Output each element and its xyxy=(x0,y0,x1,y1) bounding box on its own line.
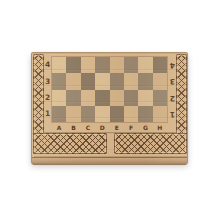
square-d1 xyxy=(95,106,109,122)
square-a2 xyxy=(52,90,66,106)
square-c3 xyxy=(81,73,95,89)
rank-label-4: 4 xyxy=(168,57,177,73)
rank-label-3: 3 xyxy=(43,73,52,89)
board-side-edge xyxy=(32,157,187,165)
square-a3 xyxy=(52,73,66,89)
square-e3 xyxy=(110,73,124,89)
square-a1 xyxy=(52,106,66,122)
square-f3 xyxy=(124,73,138,89)
square-a4 xyxy=(52,57,66,73)
rank-label-2: 2 xyxy=(168,90,177,106)
rank-label-1: 1 xyxy=(43,106,52,122)
knotwork-panel-bottom-left xyxy=(33,133,107,154)
product-photo: 4321 4321 ABCDEFGH xyxy=(0,0,220,220)
knotwork-panel-bottom-right xyxy=(114,133,187,154)
square-f2 xyxy=(124,90,138,106)
square-b1 xyxy=(66,106,80,122)
engraved-divider-line xyxy=(44,132,176,133)
square-g4 xyxy=(138,57,152,73)
square-e4 xyxy=(110,57,124,73)
rank-label-2: 2 xyxy=(43,90,52,106)
square-h1 xyxy=(153,106,167,122)
squares-grid xyxy=(52,57,167,122)
rank-label-4: 4 xyxy=(43,57,52,73)
square-e2 xyxy=(110,90,124,106)
square-h4 xyxy=(153,57,167,73)
square-b3 xyxy=(66,73,80,89)
square-h2 xyxy=(153,90,167,106)
square-d2 xyxy=(95,90,109,106)
square-d3 xyxy=(95,73,109,89)
square-h3 xyxy=(153,73,167,89)
chess-board: 4321 4321 ABCDEFGH xyxy=(31,52,188,164)
square-g3 xyxy=(138,73,152,89)
square-f4 xyxy=(124,57,138,73)
rank-labels-left: 4321 xyxy=(43,57,52,122)
square-d4 xyxy=(95,57,109,73)
square-g2 xyxy=(138,90,152,106)
square-b4 xyxy=(66,57,80,73)
rank-label-1: 1 xyxy=(168,106,177,122)
square-b2 xyxy=(66,90,80,106)
square-f1 xyxy=(124,106,138,122)
rank-labels-right: 4321 xyxy=(168,57,177,122)
square-e1 xyxy=(110,106,124,122)
square-c4 xyxy=(81,57,95,73)
square-g1 xyxy=(138,106,152,122)
square-c1 xyxy=(81,106,95,122)
square-c2 xyxy=(81,90,95,106)
rank-label-3: 3 xyxy=(168,73,177,89)
